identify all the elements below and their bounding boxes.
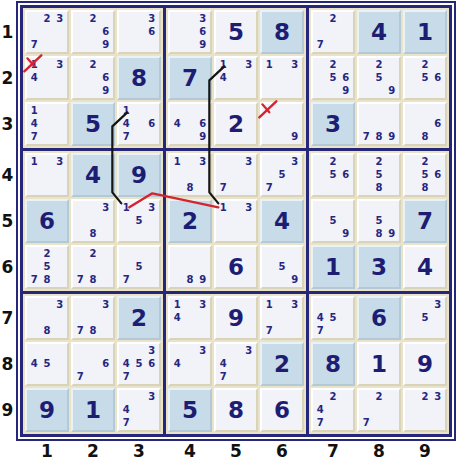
cell-r2c9[interactable]: 256	[403, 56, 447, 100]
candidate-5: 5	[419, 72, 432, 85]
candidate-grid: 256	[406, 59, 444, 97]
candidate-5: 5	[327, 72, 340, 85]
candidate-3: 3	[431, 299, 444, 312]
candidate-7: 7	[217, 370, 230, 383]
sudoku-app: 123456789 237269361342698147514673695871…	[0, 0, 460, 460]
candidate-9: 9	[99, 38, 112, 51]
candidate-6: 6	[339, 72, 352, 85]
given-digit: 2	[262, 344, 302, 384]
candidate-7: 7	[28, 273, 41, 286]
candidate-2: 2	[41, 248, 54, 261]
candidate-grid: 38	[74, 202, 112, 240]
candidate-grid: 589	[360, 202, 398, 240]
cell-r4c6[interactable]: 357	[260, 153, 304, 197]
board-inner-frame: 2372693613426981475146736958713413469292…	[20, 5, 452, 437]
candidate-5: 5	[373, 169, 386, 182]
cell-r6c8[interactable]: 3	[357, 245, 401, 289]
cell-r7c4[interactable]: 134	[168, 296, 212, 340]
candidate-grid: 1467	[120, 105, 158, 143]
solved-digit: 9	[216, 298, 256, 338]
cell-r7c2[interactable]: 378	[71, 296, 115, 340]
cell-r4c7[interactable]: 256	[311, 153, 355, 197]
candidate-3: 3	[242, 345, 255, 358]
cell-r7c8[interactable]: 6	[357, 296, 401, 340]
cell-r7c6[interactable]: 137	[260, 296, 304, 340]
box-6: 2562582568595897134	[309, 151, 449, 291]
candidate-grid: 134	[28, 59, 66, 97]
cell-r4c2[interactable]: 4	[71, 153, 115, 197]
candidate-4: 4	[120, 404, 133, 417]
candidate-grid: 35	[406, 299, 444, 337]
candidate-5: 5	[276, 169, 289, 182]
candidate-grid: 258	[360, 156, 398, 194]
candidate-7: 7	[314, 324, 327, 337]
row-label-4: 4	[0, 153, 15, 197]
cell-r3c6[interactable]: 9	[260, 102, 304, 146]
solved-digit: 6	[216, 247, 256, 287]
candidate-3: 3	[196, 345, 209, 358]
candidate-grid: 147	[28, 105, 66, 143]
cell-r8c2[interactable]: 67	[71, 342, 115, 386]
candidate-grid: 89	[171, 248, 209, 286]
col-label-4: 4	[168, 442, 212, 459]
cell-r7c5[interactable]: 9	[214, 296, 258, 340]
candidate-4: 4	[217, 358, 230, 371]
candidate-7: 7	[263, 324, 276, 337]
candidate-grid: 278	[74, 248, 112, 286]
candidate-6: 6	[99, 358, 112, 371]
solved-digit: 5	[216, 12, 256, 52]
cell-r7c9[interactable]: 35	[403, 296, 447, 340]
cell-r5c2[interactable]: 38	[71, 199, 115, 243]
candidate-3: 3	[242, 202, 255, 215]
cell-r5c3[interactable]: 135	[117, 199, 161, 243]
solved-digit: 6	[262, 390, 302, 430]
box-7: 38378245673456791347	[23, 294, 163, 434]
candidate-2: 2	[87, 13, 100, 26]
col-label-7: 7	[311, 442, 355, 459]
candidate-8: 8	[373, 227, 386, 240]
cell-r6c2[interactable]: 278	[71, 245, 115, 289]
cell-r7c3[interactable]: 2	[117, 296, 161, 340]
row-label-6: 6	[0, 245, 15, 289]
candidate-grid: 2569	[314, 59, 352, 97]
cell-r6c6[interactable]: 59	[260, 245, 304, 289]
box-4: 1349638135257827857	[23, 151, 163, 291]
candidate-5: 5	[419, 169, 432, 182]
candidate-grid: 27	[360, 391, 398, 429]
candidate-9: 9	[385, 84, 398, 97]
cell-r3c1[interactable]: 147	[25, 102, 69, 146]
cell-r9c4[interactable]: 5	[168, 388, 212, 432]
cell-r8c5[interactable]: 347	[214, 342, 258, 386]
candidate-3: 3	[145, 345, 158, 358]
row-label-1: 1	[0, 10, 15, 54]
candidate-7: 7	[263, 181, 276, 194]
candidate-grid: 138	[171, 156, 209, 194]
candidate-1: 1	[28, 105, 41, 118]
candidate-9: 9	[288, 130, 301, 143]
candidate-grid: 134	[217, 59, 255, 97]
cell-r3c9[interactable]: 68	[403, 102, 447, 146]
candidate-7: 7	[74, 370, 87, 383]
candidate-grid: 45	[28, 345, 66, 383]
cell-r5c6[interactable]: 4	[260, 199, 304, 243]
candidate-7: 7	[120, 370, 133, 383]
candidate-grid: 269	[74, 59, 112, 97]
cell-r9c6[interactable]: 6	[260, 388, 304, 432]
candidate-1: 1	[217, 202, 230, 215]
candidate-grid: 59	[314, 202, 352, 240]
cell-r1c7[interactable]: 27	[311, 10, 355, 54]
cell-r2c2[interactable]: 269	[71, 56, 115, 100]
given-digit: 9	[27, 390, 67, 430]
candidate-5: 5	[327, 312, 340, 325]
candidate-2: 2	[419, 156, 432, 169]
cell-r8c6[interactable]: 2	[260, 342, 304, 386]
candidate-grid: 9	[263, 105, 301, 143]
cell-r1c8[interactable]: 4	[357, 10, 401, 54]
cell-r3c5[interactable]: 2	[214, 102, 258, 146]
candidate-grid: 37	[217, 156, 255, 194]
candidate-4: 4	[217, 72, 230, 85]
candidate-grid: 269	[74, 13, 112, 51]
cell-r1c1[interactable]: 237	[25, 10, 69, 54]
given-digit: 8	[262, 12, 302, 52]
cell-r6c3[interactable]: 57	[117, 245, 161, 289]
candidate-5: 5	[327, 215, 340, 228]
cell-r2c4[interactable]: 7	[168, 56, 212, 100]
candidate-2: 2	[373, 391, 386, 404]
candidate-2: 2	[327, 156, 340, 169]
candidate-grid: 135	[120, 202, 158, 240]
given-digit: 8	[313, 344, 353, 384]
candidate-grid: 378	[74, 299, 112, 337]
row-label-9: 9	[0, 388, 15, 432]
candidate-8: 8	[184, 273, 197, 286]
cell-r4c1[interactable]: 13	[25, 153, 69, 197]
candidate-7: 7	[28, 38, 41, 51]
cell-r2c5[interactable]: 134	[214, 56, 258, 100]
col-label-3: 3	[117, 442, 161, 459]
candidate-9: 9	[196, 273, 209, 286]
candidate-6: 6	[99, 72, 112, 85]
candidate-8: 8	[419, 130, 432, 143]
cell-r9c2[interactable]: 1	[71, 388, 115, 432]
candidate-grid: 469	[171, 105, 209, 143]
candidate-grid: 457	[314, 299, 352, 337]
candidate-3: 3	[431, 391, 444, 404]
candidate-2: 2	[87, 248, 100, 261]
candidate-4: 4	[28, 72, 41, 85]
solved-digit: 9	[405, 344, 445, 384]
candidate-8: 8	[373, 181, 386, 194]
candidate-2: 2	[327, 391, 340, 404]
cell-r3c3[interactable]: 1467	[117, 102, 161, 146]
candidate-grid: 13	[28, 156, 66, 194]
candidate-grid: 59	[263, 248, 301, 286]
candidate-grid: 13	[217, 202, 255, 240]
candidate-1: 1	[171, 156, 184, 169]
cell-r8c1[interactable]: 45	[25, 342, 69, 386]
candidate-3: 3	[145, 13, 158, 26]
candidate-7: 7	[360, 416, 373, 429]
col-label-6: 6	[260, 442, 304, 459]
candidate-8: 8	[87, 227, 100, 240]
candidate-7: 7	[360, 130, 373, 143]
candidate-7: 7	[74, 324, 87, 337]
candidate-1: 1	[217, 59, 230, 72]
cell-r3c4[interactable]: 469	[168, 102, 212, 146]
candidate-grid: 2578	[28, 248, 66, 286]
given-digit: 1	[73, 390, 113, 430]
candidate-1: 1	[28, 156, 41, 169]
candidate-6: 6	[431, 169, 444, 182]
candidate-3: 3	[53, 59, 66, 72]
cell-r6c4[interactable]: 89	[168, 245, 212, 289]
candidate-3: 3	[288, 59, 301, 72]
given-digit: 6	[359, 298, 399, 338]
candidate-2: 2	[327, 13, 340, 26]
given-digit: 1	[313, 247, 353, 287]
cell-r2c3[interactable]: 8	[117, 56, 161, 100]
cell-r2c7[interactable]: 2569	[311, 56, 355, 100]
row-label-7: 7	[0, 296, 15, 340]
cell-r9c3[interactable]: 347	[117, 388, 161, 432]
candidate-6: 6	[196, 26, 209, 39]
candidate-2: 2	[419, 59, 432, 72]
candidate-3: 3	[99, 202, 112, 215]
candidate-6: 6	[99, 26, 112, 39]
candidate-2: 2	[419, 391, 432, 404]
given-digit: 2	[170, 201, 210, 241]
candidate-grid: 247	[314, 391, 352, 429]
candidate-2: 2	[87, 59, 100, 72]
candidate-grid: 789	[360, 105, 398, 143]
candidate-1: 1	[171, 299, 184, 312]
box-3: 27412569259256378968	[309, 8, 449, 148]
candidate-5: 5	[133, 358, 146, 371]
box-grid: 2372693613426981475146736958713413469292…	[23, 8, 449, 434]
candidate-3: 3	[242, 59, 255, 72]
candidate-1: 1	[28, 59, 41, 72]
cell-r5c1[interactable]: 6	[25, 199, 69, 243]
candidate-5: 5	[41, 261, 54, 274]
col-label-1: 1	[25, 442, 69, 459]
given-digit: 8	[119, 58, 159, 98]
cell-r9c8[interactable]: 27	[357, 388, 401, 432]
candidate-3: 3	[53, 156, 66, 169]
candidate-grid: 38	[28, 299, 66, 337]
given-digit: 7	[170, 58, 210, 98]
candidate-8: 8	[87, 273, 100, 286]
candidate-4: 4	[171, 358, 184, 371]
cell-r9c1[interactable]: 9	[25, 388, 69, 432]
col-label-5: 5	[214, 442, 258, 459]
candidate-grid: 13	[263, 59, 301, 97]
cell-r6c9[interactable]: 4	[403, 245, 447, 289]
cell-r8c7[interactable]: 8	[311, 342, 355, 386]
candidate-9: 9	[288, 273, 301, 286]
candidate-2: 2	[327, 59, 340, 72]
candidate-grid: 347	[217, 345, 255, 383]
candidate-3: 3	[145, 391, 158, 404]
candidate-4: 4	[120, 358, 133, 371]
cell-r1c3[interactable]: 36	[117, 10, 161, 54]
candidate-9: 9	[196, 38, 209, 51]
solved-digit: 2	[216, 104, 256, 144]
cell-r2c8[interactable]: 259	[357, 56, 401, 100]
candidate-5: 5	[133, 215, 146, 228]
candidate-5: 5	[373, 215, 386, 228]
candidate-9: 9	[99, 84, 112, 97]
candidate-6: 6	[339, 169, 352, 182]
row-label-5: 5	[0, 199, 15, 243]
candidate-3: 3	[196, 299, 209, 312]
candidate-4: 4	[314, 404, 327, 417]
candidate-1: 1	[120, 202, 133, 215]
given-digit: 9	[119, 155, 159, 195]
cell-r2c1[interactable]: 134	[25, 56, 69, 100]
cell-r5c8[interactable]: 589	[357, 199, 401, 243]
candidate-7: 7	[120, 130, 133, 143]
candidate-grid: 347	[120, 391, 158, 429]
candidate-grid: 34	[171, 345, 209, 383]
cell-r4c9[interactable]: 2568	[403, 153, 447, 197]
candidate-9: 9	[339, 227, 352, 240]
candidate-8: 8	[41, 324, 54, 337]
cell-r6c7[interactable]: 1	[311, 245, 355, 289]
candidate-grid: 2568	[406, 156, 444, 194]
candidate-9: 9	[385, 227, 398, 240]
candidate-3: 3	[196, 156, 209, 169]
given-digit: 2	[119, 298, 159, 338]
solved-digit: 8	[216, 390, 256, 430]
cell-r9c9[interactable]: 23	[403, 388, 447, 432]
cell-r5c7[interactable]: 59	[311, 199, 355, 243]
given-digit: 1	[405, 12, 445, 52]
cell-r4c8[interactable]: 258	[357, 153, 401, 197]
candidate-2: 2	[373, 59, 386, 72]
candidate-3: 3	[288, 299, 301, 312]
candidate-1: 1	[120, 105, 133, 118]
row-label-8: 8	[0, 342, 15, 386]
cell-r8c4[interactable]: 34	[168, 342, 212, 386]
candidate-3: 3	[196, 13, 209, 26]
candidate-9: 9	[196, 130, 209, 143]
candidate-5: 5	[41, 358, 54, 371]
cell-r3c2[interactable]: 5	[71, 102, 115, 146]
candidate-grid: 67	[74, 345, 112, 383]
candidate-7: 7	[74, 273, 87, 286]
cell-r4c3[interactable]: 9	[117, 153, 161, 197]
col-label-2: 2	[71, 442, 115, 459]
candidate-3: 3	[145, 202, 158, 215]
candidate-6: 6	[196, 118, 209, 131]
candidate-3: 3	[99, 299, 112, 312]
cell-r3c8[interactable]: 789	[357, 102, 401, 146]
candidate-grid: 57	[120, 248, 158, 286]
given-digit: 5	[73, 104, 113, 144]
cell-r5c5[interactable]: 13	[214, 199, 258, 243]
cell-r8c8[interactable]: 1	[357, 342, 401, 386]
candidate-grid: 259	[360, 59, 398, 97]
row-label-3: 3	[0, 102, 15, 146]
solved-digit: 1	[359, 344, 399, 384]
candidate-3: 3	[288, 156, 301, 169]
candidate-2: 2	[373, 156, 386, 169]
sudoku-board: 2372693613426981475146736958713413469292…	[16, 1, 456, 441]
box-1: 23726936134269814751467	[23, 8, 163, 148]
solved-digit: 4	[405, 247, 445, 287]
cell-r9c7[interactable]: 247	[311, 388, 355, 432]
given-digit: 3	[359, 247, 399, 287]
cell-r1c6[interactable]: 8	[260, 10, 304, 54]
candidate-6: 6	[145, 358, 158, 371]
cell-r4c5[interactable]: 37	[214, 153, 258, 197]
candidate-grid: 256	[314, 156, 352, 194]
candidate-3: 3	[242, 156, 255, 169]
candidate-6: 6	[431, 72, 444, 85]
candidate-8: 8	[184, 181, 197, 194]
candidate-6: 6	[145, 118, 158, 131]
given-digit: 6	[27, 201, 67, 241]
candidate-grid: 27	[314, 13, 352, 51]
cell-r1c2[interactable]: 269	[71, 10, 115, 54]
candidate-4: 4	[314, 312, 327, 325]
col-label-8: 8	[357, 442, 401, 459]
candidate-grid: 23	[406, 391, 444, 429]
candidate-7: 7	[314, 416, 327, 429]
cell-r6c5[interactable]: 6	[214, 245, 258, 289]
cell-r5c4[interactable]: 2	[168, 199, 212, 243]
cell-r2c6[interactable]: 13	[260, 56, 304, 100]
cell-r4c4[interactable]: 138	[168, 153, 212, 197]
candidate-5: 5	[373, 72, 386, 85]
given-digit: 5	[170, 390, 210, 430]
candidate-grid: 357	[263, 156, 301, 194]
cell-r8c9[interactable]: 9	[403, 342, 447, 386]
candidate-4: 4	[120, 118, 133, 131]
cell-r9c5[interactable]: 8	[214, 388, 258, 432]
candidate-grid: 36	[120, 13, 158, 51]
candidate-grid: 34567	[120, 345, 158, 383]
cell-r8c3[interactable]: 34567	[117, 342, 161, 386]
cell-r1c9[interactable]: 1	[403, 10, 447, 54]
candidate-3: 3	[53, 13, 66, 26]
col-label-9: 9	[403, 442, 447, 459]
box-9: 4576358192472723	[309, 294, 449, 434]
box-8: 1349137343472586	[166, 294, 306, 434]
candidate-1: 1	[263, 59, 276, 72]
cell-r1c5[interactable]: 5	[214, 10, 258, 54]
candidate-7: 7	[120, 273, 133, 286]
cell-r7c1[interactable]: 38	[25, 296, 69, 340]
cell-r6c1[interactable]: 2578	[25, 245, 69, 289]
given-digit: 4	[359, 12, 399, 52]
cell-r7c7[interactable]: 457	[311, 296, 355, 340]
cell-r3c7[interactable]: 3	[311, 102, 355, 146]
candidate-4: 4	[171, 312, 184, 325]
candidate-3: 3	[53, 299, 66, 312]
candidate-4: 4	[28, 358, 41, 371]
candidate-8: 8	[419, 181, 432, 194]
given-digit: 7	[405, 201, 445, 241]
candidate-1: 1	[263, 299, 276, 312]
cell-r1c4[interactable]: 369	[168, 10, 212, 54]
candidate-5: 5	[419, 312, 432, 325]
cell-r5c9[interactable]: 7	[403, 199, 447, 243]
